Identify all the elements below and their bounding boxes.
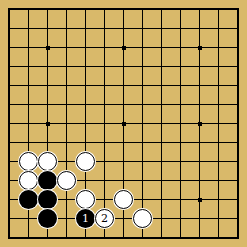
star-point: [46, 122, 50, 126]
white-stone: [57, 171, 76, 190]
white-stone: [114, 190, 133, 209]
go-diagram: 12: [0, 0, 247, 247]
star-point: [122, 46, 126, 50]
grid-line-vertical: [180, 8, 181, 239]
grid-line-vertical: [142, 8, 143, 239]
grid-line-vertical: [161, 8, 162, 239]
white-stone: [38, 152, 57, 171]
star-point: [46, 46, 50, 50]
move-number-label: 1: [82, 213, 89, 224]
black-stone: [38, 190, 57, 209]
star-point: [122, 122, 126, 126]
move-2-white-stone: 2: [95, 209, 114, 228]
white-stone: [19, 171, 38, 190]
white-stone: [19, 152, 38, 171]
white-stone: [76, 190, 95, 209]
black-stone: [19, 190, 38, 209]
go-board: 12: [0, 0, 247, 247]
grid-line-horizontal: [8, 142, 239, 143]
white-stone: [133, 209, 152, 228]
move-1-black-stone: 1: [76, 209, 95, 228]
star-point: [198, 198, 202, 202]
star-point: [198, 46, 202, 50]
move-number-label: 2: [101, 213, 108, 224]
grid-line-vertical: [218, 8, 219, 239]
black-stone: [38, 209, 57, 228]
white-stone: [76, 152, 95, 171]
star-point: [198, 122, 202, 126]
black-stone: [38, 171, 57, 190]
